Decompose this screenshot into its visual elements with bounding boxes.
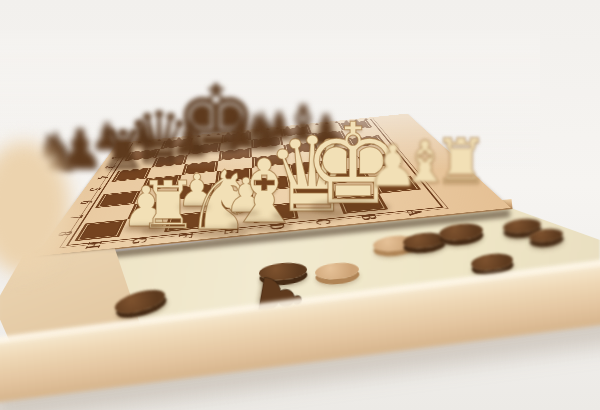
- piece-shadow: [310, 200, 391, 215]
- chess-set-photo: HGFEDCBA 12345678 ♞♟♟♜♟♛♟♚♟♞♟♝♟♟♜♟♞♟♝♛♚♟…: [0, 0, 600, 410]
- piece-shadow: [229, 220, 292, 231]
- light-rook[interactable]: ♜: [430, 131, 492, 193]
